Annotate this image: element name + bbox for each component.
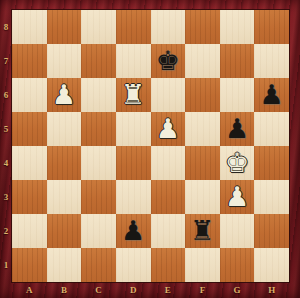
piece-black-pawn[interactable]: ♟ (121, 217, 145, 244)
square-a6[interactable] (12, 78, 47, 112)
piece-white-pawn[interactable]: ♟ (52, 81, 76, 108)
square-c1[interactable] (81, 248, 116, 282)
square-d3[interactable] (116, 180, 151, 214)
square-f7[interactable] (185, 44, 220, 78)
square-e3[interactable] (151, 180, 186, 214)
piece-black-pawn[interactable]: ♟ (260, 81, 284, 108)
square-c5[interactable] (81, 112, 116, 146)
square-g2[interactable] (220, 214, 255, 248)
square-f4[interactable] (185, 146, 220, 180)
square-e2[interactable] (151, 214, 186, 248)
rank-label-3: 3 (0, 180, 12, 214)
square-d5[interactable] (116, 112, 151, 146)
square-a2[interactable] (12, 214, 47, 248)
square-b2[interactable] (47, 214, 82, 248)
chess-board[interactable]: ♚♟♜♟♟♟♚♟♟♜ (12, 10, 289, 282)
square-g4[interactable]: ♚ (220, 146, 255, 180)
piece-white-king[interactable]: ♚ (225, 149, 249, 176)
rank-label-7: 7 (0, 44, 12, 78)
square-c7[interactable] (81, 44, 116, 78)
file-label-e: E (151, 283, 186, 297)
file-label-a: A (12, 283, 47, 297)
piece-black-rook[interactable]: ♜ (190, 217, 214, 244)
file-label-d: D (116, 283, 151, 297)
square-f8[interactable] (185, 10, 220, 44)
square-h8[interactable] (254, 10, 289, 44)
square-a4[interactable] (12, 146, 47, 180)
piece-black-king[interactable]: ♚ (156, 47, 180, 74)
file-label-c: C (81, 283, 116, 297)
square-c6[interactable] (81, 78, 116, 112)
square-b3[interactable] (47, 180, 82, 214)
piece-white-pawn[interactable]: ♟ (156, 115, 180, 142)
square-e6[interactable] (151, 78, 186, 112)
square-d4[interactable] (116, 146, 151, 180)
square-b6[interactable]: ♟ (47, 78, 82, 112)
square-h5[interactable] (254, 112, 289, 146)
square-c3[interactable] (81, 180, 116, 214)
square-d6[interactable]: ♜ (116, 78, 151, 112)
square-h6[interactable]: ♟ (254, 78, 289, 112)
square-g8[interactable] (220, 10, 255, 44)
square-f2[interactable]: ♜ (185, 214, 220, 248)
square-g6[interactable] (220, 78, 255, 112)
square-b1[interactable] (47, 248, 82, 282)
square-e1[interactable] (151, 248, 186, 282)
square-d7[interactable] (116, 44, 151, 78)
square-f5[interactable] (185, 112, 220, 146)
square-b8[interactable] (47, 10, 82, 44)
piece-white-rook[interactable]: ♜ (121, 81, 145, 108)
square-c2[interactable] (81, 214, 116, 248)
rank-label-2: 2 (0, 214, 12, 248)
file-label-f: F (185, 283, 220, 297)
square-c8[interactable] (81, 10, 116, 44)
square-f6[interactable] (185, 78, 220, 112)
rank-label-5: 5 (0, 112, 12, 146)
square-b5[interactable] (47, 112, 82, 146)
square-g1[interactable] (220, 248, 255, 282)
square-a5[interactable] (12, 112, 47, 146)
square-d8[interactable] (116, 10, 151, 44)
rank-label-4: 4 (0, 146, 12, 180)
square-d2[interactable]: ♟ (116, 214, 151, 248)
square-c4[interactable] (81, 146, 116, 180)
file-label-g: G (220, 283, 255, 297)
square-g3[interactable]: ♟ (220, 180, 255, 214)
square-h7[interactable] (254, 44, 289, 78)
square-e4[interactable] (151, 146, 186, 180)
file-label-b: B (47, 283, 82, 297)
square-e5[interactable]: ♟ (151, 112, 186, 146)
square-f1[interactable] (185, 248, 220, 282)
file-label-h: H (254, 283, 289, 297)
rank-label-6: 6 (0, 78, 12, 112)
square-g7[interactable] (220, 44, 255, 78)
square-h1[interactable] (254, 248, 289, 282)
square-d1[interactable] (116, 248, 151, 282)
square-a1[interactable] (12, 248, 47, 282)
square-e8[interactable] (151, 10, 186, 44)
square-h2[interactable] (254, 214, 289, 248)
square-f3[interactable] (185, 180, 220, 214)
square-b7[interactable] (47, 44, 82, 78)
square-b4[interactable] (47, 146, 82, 180)
square-h4[interactable] (254, 146, 289, 180)
piece-black-pawn[interactable]: ♟ (225, 115, 249, 142)
square-a3[interactable] (12, 180, 47, 214)
piece-white-pawn[interactable]: ♟ (225, 183, 249, 210)
square-a7[interactable] (12, 44, 47, 78)
rank-label-1: 1 (0, 248, 12, 282)
chess-diagram-frame: ♚♟♜♟♟♟♚♟♟♜ 87654321 ABCDEFGH (0, 0, 300, 298)
square-g5[interactable]: ♟ (220, 112, 255, 146)
square-e7[interactable]: ♚ (151, 44, 186, 78)
square-h3[interactable] (254, 180, 289, 214)
square-a8[interactable] (12, 10, 47, 44)
rank-label-8: 8 (0, 10, 12, 44)
